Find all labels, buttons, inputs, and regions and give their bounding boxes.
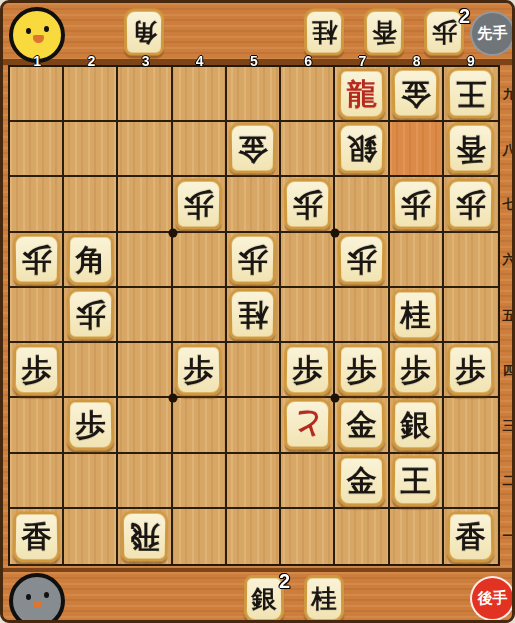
piece-sente-pawn[interactable]: 歩 bbox=[447, 178, 495, 229]
piece-glyph: 龍 bbox=[346, 79, 376, 109]
square-6三[interactable]: と bbox=[281, 398, 335, 453]
square-8九[interactable]: 金 bbox=[390, 67, 444, 122]
piece-glyph: 銀 bbox=[251, 586, 276, 611]
square-1六[interactable]: 歩 bbox=[10, 233, 64, 288]
square-7二[interactable]: 金 bbox=[335, 454, 389, 509]
piece-glyph: 歩 bbox=[346, 355, 376, 385]
piece-sente-rook[interactable]: 飛 bbox=[121, 510, 169, 561]
piece-gote-pawn[interactable]: 歩 bbox=[447, 345, 495, 396]
square-5一[interactable] bbox=[227, 509, 281, 564]
piece-glyph: 歩 bbox=[346, 244, 376, 274]
piece-sente-gold[interactable]: 金 bbox=[392, 68, 440, 119]
piece-sente-pawn[interactable]: 歩 bbox=[229, 233, 277, 284]
piece-gote-pawn[interactable]: 歩 bbox=[337, 345, 385, 396]
piece-glyph: 香 bbox=[371, 20, 396, 45]
hoshi-dot bbox=[331, 394, 340, 403]
square-2一[interactable] bbox=[64, 509, 118, 564]
square-7八[interactable]: 銀 bbox=[335, 122, 389, 177]
square-1八[interactable] bbox=[10, 122, 64, 177]
file-label-6: 6 bbox=[304, 53, 312, 69]
piece-sente-tokin[interactable]: と bbox=[283, 399, 331, 450]
gote-badge: 後手 bbox=[470, 576, 515, 621]
square-4三[interactable] bbox=[173, 398, 227, 453]
piece-glyph: 金 bbox=[238, 134, 268, 164]
hand-piece-sente-bishop[interactable]: 角 bbox=[124, 9, 165, 56]
piece-gote-pawn[interactable]: 歩 bbox=[66, 400, 114, 451]
piece-sente-knight[interactable]: 桂 bbox=[229, 289, 277, 340]
gote-badge-label: 後手 bbox=[478, 589, 508, 608]
square-2七[interactable] bbox=[64, 177, 118, 232]
rank-label-9: 一 bbox=[503, 527, 515, 545]
piece-glyph: 飛 bbox=[129, 521, 159, 551]
square-4七[interactable]: 歩 bbox=[173, 177, 227, 232]
chick-eye-icon bbox=[44, 26, 49, 32]
piece-sente-king[interactable]: 王 bbox=[447, 68, 495, 119]
square-4六[interactable] bbox=[173, 233, 227, 288]
hand-count-silver: 2 bbox=[279, 570, 290, 593]
piece-glyph: 歩 bbox=[400, 355, 430, 385]
square-2九[interactable] bbox=[64, 67, 118, 122]
piece-glyph: 王 bbox=[400, 465, 430, 495]
square-1七[interactable] bbox=[10, 177, 64, 232]
chick-beak-icon bbox=[33, 35, 44, 43]
piece-gote-pawn[interactable]: 歩 bbox=[392, 345, 440, 396]
piece-glyph: 歩 bbox=[400, 189, 430, 219]
bird-beak-icon bbox=[33, 601, 42, 608]
square-3二[interactable] bbox=[118, 454, 172, 509]
square-2八[interactable] bbox=[64, 122, 118, 177]
rank-label-6: 四 bbox=[503, 362, 515, 380]
square-9六[interactable] bbox=[444, 233, 498, 288]
square-8五[interactable]: 桂 bbox=[390, 288, 444, 343]
piece-glyph: 桂 bbox=[238, 299, 268, 329]
hoshi-dot bbox=[168, 228, 177, 237]
chick-eye-icon bbox=[26, 28, 31, 34]
piece-gote-king[interactable]: 王 bbox=[392, 455, 440, 506]
square-5二[interactable] bbox=[227, 454, 281, 509]
square-8六[interactable] bbox=[390, 233, 444, 288]
square-4一[interactable] bbox=[173, 509, 227, 564]
board-grid: 龍金王金銀香歩歩歩歩歩角歩歩歩桂桂歩歩歩歩歩歩歩と金銀金王香飛香 bbox=[10, 67, 498, 564]
piece-gote-pawn[interactable]: 歩 bbox=[12, 345, 60, 396]
square-9九[interactable]: 王 bbox=[444, 67, 498, 122]
piece-glyph: 香 bbox=[456, 522, 486, 552]
piece-glyph: 桂 bbox=[311, 20, 336, 45]
piece-gote-silver[interactable]: 銀 bbox=[392, 400, 440, 451]
square-1四[interactable]: 歩 bbox=[10, 343, 64, 398]
square-2四[interactable] bbox=[64, 343, 118, 398]
piece-glyph: 歩 bbox=[431, 20, 456, 45]
square-8七[interactable]: 歩 bbox=[390, 177, 444, 232]
piece-gote-pawn[interactable]: 歩 bbox=[283, 345, 331, 396]
square-7一[interactable] bbox=[335, 509, 389, 564]
piece-sente-silver[interactable]: 銀 bbox=[337, 123, 385, 174]
piece-glyph: 歩 bbox=[184, 355, 214, 385]
piece-gote-dragon[interactable]: 龍 bbox=[337, 69, 385, 120]
square-4二[interactable] bbox=[173, 454, 227, 509]
piece-glyph: 角 bbox=[75, 244, 105, 274]
square-6二[interactable] bbox=[281, 454, 335, 509]
piece-glyph: 銀 bbox=[400, 410, 430, 440]
piece-sente-pawn[interactable]: 歩 bbox=[175, 178, 223, 229]
square-3六[interactable] bbox=[118, 233, 172, 288]
square-9二[interactable] bbox=[444, 454, 498, 509]
square-1五[interactable] bbox=[10, 288, 64, 343]
square-1一[interactable]: 香 bbox=[10, 509, 64, 564]
piece-glyph: 歩 bbox=[238, 244, 268, 274]
square-3七[interactable] bbox=[118, 177, 172, 232]
square-2五[interactable]: 歩 bbox=[64, 288, 118, 343]
square-3五[interactable] bbox=[118, 288, 172, 343]
square-3四[interactable] bbox=[118, 343, 172, 398]
piece-sente-pawn[interactable]: 歩 bbox=[283, 178, 331, 229]
sente-badge-label: 先手 bbox=[478, 24, 508, 43]
sente-badge: 先手 bbox=[470, 11, 515, 56]
square-5七[interactable] bbox=[227, 177, 281, 232]
rank-label-3: 七 bbox=[503, 196, 515, 214]
piece-glyph: 金 bbox=[346, 410, 376, 440]
piece-glyph: 金 bbox=[346, 465, 376, 495]
square-3九[interactable] bbox=[118, 67, 172, 122]
file-label-2: 2 bbox=[87, 53, 95, 69]
square-7七[interactable] bbox=[335, 177, 389, 232]
square-5九[interactable] bbox=[227, 67, 281, 122]
piece-glyph: 桂 bbox=[400, 300, 430, 330]
square-1二[interactable] bbox=[10, 454, 64, 509]
piece-glyph: 歩 bbox=[21, 244, 51, 274]
file-label-1: 1 bbox=[33, 53, 41, 69]
square-8一[interactable] bbox=[390, 509, 444, 564]
piece-sente-pawn[interactable]: 歩 bbox=[12, 233, 60, 284]
piece-glyph: 歩 bbox=[456, 189, 486, 219]
square-6六[interactable] bbox=[281, 233, 335, 288]
square-5三[interactable] bbox=[227, 398, 281, 453]
square-4八[interactable] bbox=[173, 122, 227, 177]
square-2三[interactable]: 歩 bbox=[64, 398, 118, 453]
piece-sente-gold[interactable]: 金 bbox=[229, 123, 277, 174]
piece-sente-pawn[interactable]: 歩 bbox=[337, 233, 385, 284]
piece-glyph: 金 bbox=[400, 78, 430, 108]
hand-count-pawn: 2 bbox=[459, 5, 470, 28]
square-5四[interactable] bbox=[227, 343, 281, 398]
bottom-player-avatar-bird bbox=[9, 573, 65, 623]
file-label-3: 3 bbox=[142, 53, 150, 69]
piece-glyph: 歩 bbox=[456, 355, 486, 385]
square-6一[interactable] bbox=[281, 509, 335, 564]
piece-glyph: 桂 bbox=[311, 586, 336, 611]
piece-glyph: 歩 bbox=[292, 355, 322, 385]
piece-glyph: 歩 bbox=[292, 189, 322, 219]
bird-eye-icon bbox=[44, 592, 49, 598]
square-4四[interactable]: 歩 bbox=[173, 343, 227, 398]
square-1九[interactable] bbox=[10, 67, 64, 122]
square-8二[interactable]: 王 bbox=[390, 454, 444, 509]
square-8四[interactable]: 歩 bbox=[390, 343, 444, 398]
square-7三[interactable]: 金 bbox=[335, 398, 389, 453]
square-3八[interactable] bbox=[118, 122, 172, 177]
shogi-board: 龍金王金銀香歩歩歩歩歩角歩歩歩桂桂歩歩歩歩歩歩歩と金銀金王香飛香 bbox=[8, 65, 500, 566]
hand-piece-sente-lance[interactable]: 香 bbox=[364, 9, 405, 56]
file-label-7: 7 bbox=[359, 53, 367, 69]
square-6九[interactable] bbox=[281, 67, 335, 122]
piece-gote-knight[interactable]: 桂 bbox=[392, 290, 440, 341]
piece-glyph: 銀 bbox=[346, 134, 376, 164]
file-label-4: 4 bbox=[196, 53, 204, 69]
square-8三[interactable]: 銀 bbox=[390, 398, 444, 453]
square-9三[interactable] bbox=[444, 398, 498, 453]
piece-glyph: 歩 bbox=[184, 189, 214, 219]
square-9五[interactable] bbox=[444, 288, 498, 343]
hand-piece-sente-knight[interactable]: 桂 bbox=[304, 9, 345, 56]
file-label-8: 8 bbox=[413, 53, 421, 69]
bird-eye-icon bbox=[26, 594, 31, 600]
square-9四[interactable]: 歩 bbox=[444, 343, 498, 398]
square-2六[interactable]: 角 bbox=[64, 233, 118, 288]
piece-glyph: 歩 bbox=[75, 410, 105, 440]
rank-label-1: 九 bbox=[503, 86, 515, 104]
rank-label-7: 三 bbox=[503, 417, 515, 435]
square-4九[interactable] bbox=[173, 67, 227, 122]
square-3一[interactable]: 飛 bbox=[118, 509, 172, 564]
piece-sente-pawn[interactable]: 歩 bbox=[392, 178, 440, 229]
file-label-9: 9 bbox=[467, 53, 475, 69]
shogi-app-window: 先手 後手 龍金王金銀香歩歩歩歩歩角歩歩歩桂桂歩歩歩歩歩歩歩と金銀金王香飛香 1… bbox=[0, 0, 515, 623]
square-4五[interactable] bbox=[173, 288, 227, 343]
piece-gote-bishop[interactable]: 角 bbox=[66, 234, 114, 285]
hoshi-dot bbox=[168, 394, 177, 403]
piece-gote-gold[interactable]: 金 bbox=[337, 400, 385, 451]
square-7四[interactable]: 歩 bbox=[335, 343, 389, 398]
square-3三[interactable] bbox=[118, 398, 172, 453]
square-9七[interactable]: 歩 bbox=[444, 177, 498, 232]
file-label-5: 5 bbox=[250, 53, 258, 69]
piece-glyph: 歩 bbox=[75, 299, 105, 329]
hoshi-dot bbox=[331, 228, 340, 237]
hand-piece-gote-knight[interactable]: 桂 bbox=[304, 575, 345, 622]
square-7六[interactable]: 歩 bbox=[335, 233, 389, 288]
piece-sente-lance[interactable]: 香 bbox=[447, 123, 495, 174]
rank-label-8: 二 bbox=[503, 472, 515, 490]
piece-glyph: 角 bbox=[131, 20, 156, 45]
square-1三[interactable] bbox=[10, 398, 64, 453]
square-5五[interactable]: 桂 bbox=[227, 288, 281, 343]
piece-glyph: 王 bbox=[456, 78, 486, 108]
square-9一[interactable]: 香 bbox=[444, 509, 498, 564]
square-2二[interactable] bbox=[64, 454, 118, 509]
square-9八[interactable]: 香 bbox=[444, 122, 498, 177]
square-8八[interactable] bbox=[390, 122, 444, 177]
piece-gote-pawn[interactable]: 歩 bbox=[175, 345, 223, 396]
square-7九[interactable]: 龍 bbox=[335, 67, 389, 122]
piece-sente-pawn[interactable]: 歩 bbox=[66, 289, 114, 340]
piece-glyph: 香 bbox=[21, 522, 51, 552]
piece-glyph: と bbox=[292, 410, 323, 440]
piece-gote-lance[interactable]: 香 bbox=[12, 511, 60, 562]
rank-label-5: 五 bbox=[503, 307, 515, 325]
piece-gote-lance[interactable]: 香 bbox=[447, 511, 495, 562]
square-7五[interactable] bbox=[335, 288, 389, 343]
square-6四[interactable]: 歩 bbox=[281, 343, 335, 398]
square-5八[interactable]: 金 bbox=[227, 122, 281, 177]
rank-label-4: 六 bbox=[503, 251, 515, 269]
piece-gote-gold[interactable]: 金 bbox=[337, 455, 385, 506]
square-6八[interactable] bbox=[281, 122, 335, 177]
square-6五[interactable] bbox=[281, 288, 335, 343]
square-5六[interactable]: 歩 bbox=[227, 233, 281, 288]
rank-label-2: 八 bbox=[503, 141, 515, 159]
piece-glyph: 歩 bbox=[21, 355, 51, 385]
piece-glyph: 香 bbox=[456, 134, 486, 164]
square-6七[interactable]: 歩 bbox=[281, 177, 335, 232]
